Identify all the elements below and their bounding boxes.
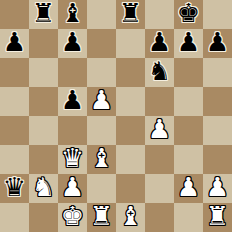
piece-black-bishop[interactable]: ♝ bbox=[61, 0, 84, 28]
piece-black-pawn[interactable]: ♟ bbox=[61, 86, 84, 115]
square-h7[interactable]: ♟ bbox=[203, 29, 232, 58]
piece-white-bishop[interactable]: ♝ bbox=[119, 202, 142, 231]
square-c6[interactable] bbox=[58, 58, 87, 87]
square-e4[interactable] bbox=[116, 116, 145, 145]
square-g8[interactable]: ♚ bbox=[174, 0, 203, 29]
square-b4[interactable] bbox=[29, 116, 58, 145]
square-e2[interactable] bbox=[116, 174, 145, 203]
piece-white-knight[interactable]: ♞ bbox=[32, 173, 55, 202]
square-h1[interactable]: ♜ bbox=[203, 203, 232, 232]
piece-white-rook[interactable]: ♜ bbox=[90, 202, 113, 231]
piece-white-queen[interactable]: ♛ bbox=[61, 144, 84, 173]
piece-white-king[interactable]: ♚ bbox=[61, 202, 84, 231]
square-c3[interactable]: ♛ bbox=[58, 145, 87, 174]
piece-black-pawn[interactable]: ♟ bbox=[3, 28, 26, 57]
square-d8[interactable] bbox=[87, 0, 116, 29]
square-e3[interactable] bbox=[116, 145, 145, 174]
square-c1[interactable]: ♚ bbox=[58, 203, 87, 232]
piece-black-queen[interactable]: ♛ bbox=[3, 173, 26, 202]
square-a8[interactable] bbox=[0, 0, 29, 29]
piece-white-pawn[interactable]: ♟ bbox=[206, 173, 229, 202]
square-f3[interactable] bbox=[145, 145, 174, 174]
piece-white-pawn[interactable]: ♟ bbox=[177, 173, 200, 202]
square-a5[interactable] bbox=[0, 87, 29, 116]
square-b2[interactable]: ♞ bbox=[29, 174, 58, 203]
piece-black-rook[interactable]: ♜ bbox=[32, 0, 55, 28]
piece-black-pawn[interactable]: ♟ bbox=[177, 28, 200, 57]
square-f6[interactable]: ♞ bbox=[145, 58, 174, 87]
square-f7[interactable]: ♟ bbox=[145, 29, 174, 58]
square-a4[interactable] bbox=[0, 116, 29, 145]
square-e7[interactable] bbox=[116, 29, 145, 58]
square-c4[interactable] bbox=[58, 116, 87, 145]
piece-black-rook[interactable]: ♜ bbox=[119, 0, 142, 28]
square-b7[interactable] bbox=[29, 29, 58, 58]
square-f2[interactable] bbox=[145, 174, 174, 203]
square-a6[interactable] bbox=[0, 58, 29, 87]
square-e1[interactable]: ♝ bbox=[116, 203, 145, 232]
square-c2[interactable]: ♟ bbox=[58, 174, 87, 203]
square-h3[interactable] bbox=[203, 145, 232, 174]
square-d2[interactable] bbox=[87, 174, 116, 203]
square-h4[interactable] bbox=[203, 116, 232, 145]
piece-black-knight[interactable]: ♞ bbox=[148, 57, 171, 86]
piece-black-pawn[interactable]: ♟ bbox=[61, 28, 84, 57]
square-g2[interactable]: ♟ bbox=[174, 174, 203, 203]
square-b5[interactable] bbox=[29, 87, 58, 116]
square-e8[interactable]: ♜ bbox=[116, 0, 145, 29]
square-h6[interactable] bbox=[203, 58, 232, 87]
square-d1[interactable]: ♜ bbox=[87, 203, 116, 232]
square-b3[interactable] bbox=[29, 145, 58, 174]
chess-board: ♜♝♜♚♟♟♟♟♟♞♟♟♟♛♝♛♞♟♟♟♚♜♝♜ bbox=[0, 0, 232, 232]
square-c8[interactable]: ♝ bbox=[58, 0, 87, 29]
square-h2[interactable]: ♟ bbox=[203, 174, 232, 203]
square-g4[interactable] bbox=[174, 116, 203, 145]
square-d6[interactable] bbox=[87, 58, 116, 87]
square-d5[interactable]: ♟ bbox=[87, 87, 116, 116]
piece-black-pawn[interactable]: ♟ bbox=[148, 28, 171, 57]
square-d4[interactable] bbox=[87, 116, 116, 145]
piece-white-bishop[interactable]: ♝ bbox=[90, 144, 113, 173]
square-h5[interactable] bbox=[203, 87, 232, 116]
piece-white-rook[interactable]: ♜ bbox=[206, 202, 229, 231]
square-a1[interactable] bbox=[0, 203, 29, 232]
square-a7[interactable]: ♟ bbox=[0, 29, 29, 58]
piece-white-pawn[interactable]: ♟ bbox=[90, 86, 113, 115]
square-c5[interactable]: ♟ bbox=[58, 87, 87, 116]
chess-board-wrapper: ♜♝♜♚♟♟♟♟♟♞♟♟♟♛♝♛♞♟♟♟♚♜♝♜ bbox=[0, 0, 232, 232]
square-a3[interactable] bbox=[0, 145, 29, 174]
square-f1[interactable] bbox=[145, 203, 174, 232]
piece-black-pawn[interactable]: ♟ bbox=[206, 28, 229, 57]
square-e5[interactable] bbox=[116, 87, 145, 116]
square-f4[interactable]: ♟ bbox=[145, 116, 174, 145]
square-h8[interactable] bbox=[203, 0, 232, 29]
square-d3[interactable]: ♝ bbox=[87, 145, 116, 174]
square-g3[interactable] bbox=[174, 145, 203, 174]
square-d7[interactable] bbox=[87, 29, 116, 58]
square-a2[interactable]: ♛ bbox=[0, 174, 29, 203]
square-g7[interactable]: ♟ bbox=[174, 29, 203, 58]
square-e6[interactable] bbox=[116, 58, 145, 87]
square-g1[interactable] bbox=[174, 203, 203, 232]
piece-white-pawn[interactable]: ♟ bbox=[61, 173, 84, 202]
square-b1[interactable] bbox=[29, 203, 58, 232]
square-b8[interactable]: ♜ bbox=[29, 0, 58, 29]
piece-white-pawn[interactable]: ♟ bbox=[148, 115, 171, 144]
square-b6[interactable] bbox=[29, 58, 58, 87]
piece-black-king[interactable]: ♚ bbox=[177, 0, 200, 28]
square-f8[interactable] bbox=[145, 0, 174, 29]
square-g5[interactable] bbox=[174, 87, 203, 116]
square-g6[interactable] bbox=[174, 58, 203, 87]
square-c7[interactable]: ♟ bbox=[58, 29, 87, 58]
square-f5[interactable] bbox=[145, 87, 174, 116]
